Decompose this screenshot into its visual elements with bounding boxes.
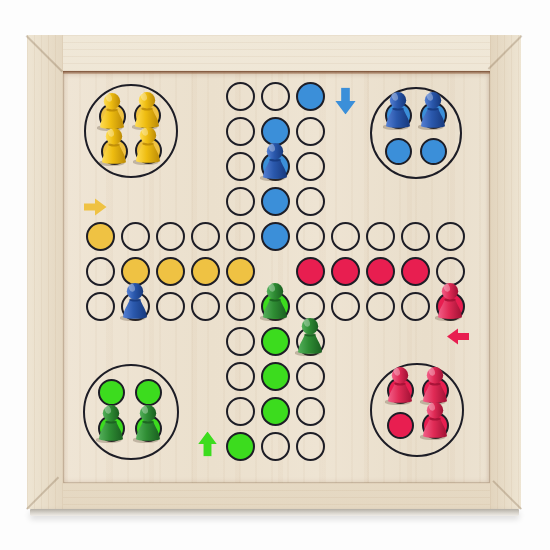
pieces-layer bbox=[27, 35, 521, 509]
board-side-edge bbox=[30, 509, 519, 516]
pawn-blue[interactable] bbox=[418, 88, 448, 130]
base-spot-blue[interactable] bbox=[385, 138, 412, 165]
pawn-green[interactable] bbox=[295, 314, 325, 356]
pawn-green[interactable] bbox=[260, 279, 290, 321]
pawn-yellow[interactable] bbox=[133, 123, 163, 165]
start-arrow-blue-icon bbox=[333, 88, 357, 115]
pawn-red[interactable] bbox=[420, 398, 450, 440]
pawn-blue[interactable] bbox=[260, 139, 290, 181]
pawn-red[interactable] bbox=[435, 279, 465, 321]
board-photo bbox=[0, 0, 550, 550]
pawn-green[interactable] bbox=[133, 401, 163, 443]
base-spot-blue[interactable] bbox=[420, 138, 447, 165]
pawn-red[interactable] bbox=[385, 363, 415, 405]
start-arrow-red-icon bbox=[447, 327, 469, 346]
pawn-green[interactable] bbox=[96, 401, 126, 443]
start-arrow-green-icon bbox=[196, 432, 218, 457]
pawn-blue[interactable] bbox=[383, 88, 413, 130]
pawn-yellow[interactable] bbox=[99, 124, 129, 166]
pawn-blue[interactable] bbox=[120, 279, 150, 321]
base-spot-red[interactable] bbox=[387, 412, 414, 439]
start-arrow-yellow-icon bbox=[84, 197, 107, 217]
ludo-board bbox=[27, 35, 521, 509]
